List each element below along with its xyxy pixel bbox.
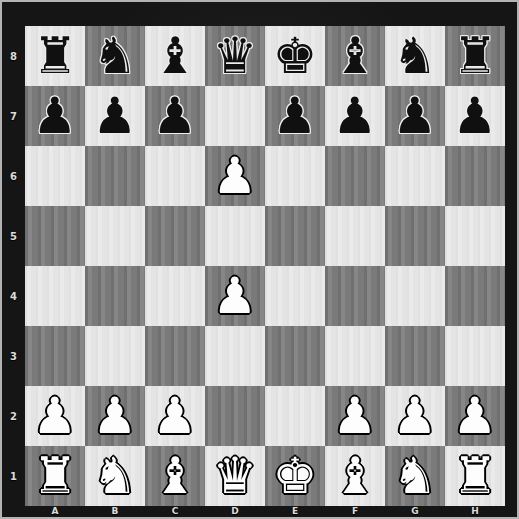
rank-label-1: 1 (2, 446, 25, 506)
piece-white-pawn[interactable]: ♟ (333, 386, 378, 446)
square-g7[interactable]: ♟ (385, 86, 445, 146)
square-f5[interactable] (325, 206, 385, 266)
square-b3[interactable] (85, 326, 145, 386)
piece-white-queen[interactable]: ♛ (213, 446, 258, 506)
piece-white-pawn[interactable]: ♟ (213, 266, 258, 326)
square-c3[interactable] (145, 326, 205, 386)
piece-white-knight[interactable]: ♞ (393, 446, 438, 506)
square-g5[interactable] (385, 206, 445, 266)
square-e2[interactable] (265, 386, 325, 446)
square-f8[interactable]: ♝ (325, 26, 385, 86)
square-e1[interactable]: ♚ (265, 446, 325, 506)
square-a4[interactable] (25, 266, 85, 326)
chess-board-frame: 87654321 ♜♞♝♛♚♝♞♜♟♟♟♟♟♟♟♟♟♟♟♟♟♟♟♜♞♝♛♚♝♞♜… (0, 0, 519, 519)
square-f1[interactable]: ♝ (325, 446, 385, 506)
square-c1[interactable]: ♝ (145, 446, 205, 506)
piece-black-pawn[interactable]: ♟ (153, 86, 198, 146)
piece-white-pawn[interactable]: ♟ (213, 146, 258, 206)
piece-black-pawn[interactable]: ♟ (333, 86, 378, 146)
square-a8[interactable]: ♜ (25, 26, 85, 86)
square-h5[interactable] (445, 206, 505, 266)
piece-white-pawn[interactable]: ♟ (33, 386, 78, 446)
piece-black-pawn[interactable]: ♟ (93, 86, 138, 146)
square-e7[interactable]: ♟ (265, 86, 325, 146)
square-a7[interactable]: ♟ (25, 86, 85, 146)
square-d3[interactable] (205, 326, 265, 386)
square-b1[interactable]: ♞ (85, 446, 145, 506)
piece-black-knight[interactable]: ♞ (393, 26, 438, 86)
piece-black-rook[interactable]: ♜ (33, 26, 78, 86)
file-label-f: F (325, 505, 385, 517)
square-d1[interactable]: ♛ (205, 446, 265, 506)
square-d2[interactable] (205, 386, 265, 446)
square-g3[interactable] (385, 326, 445, 386)
square-c2[interactable]: ♟ (145, 386, 205, 446)
piece-white-pawn[interactable]: ♟ (153, 386, 198, 446)
rank-label-7: 7 (2, 86, 25, 146)
piece-white-pawn[interactable]: ♟ (453, 386, 498, 446)
square-h2[interactable]: ♟ (445, 386, 505, 446)
square-d7[interactable] (205, 86, 265, 146)
rank-label-5: 5 (2, 206, 25, 266)
square-f3[interactable] (325, 326, 385, 386)
piece-black-king[interactable]: ♚ (273, 26, 318, 86)
square-d4[interactable]: ♟ (205, 266, 265, 326)
square-e4[interactable] (265, 266, 325, 326)
square-b5[interactable] (85, 206, 145, 266)
square-f7[interactable]: ♟ (325, 86, 385, 146)
rank-labels: 87654321 (2, 26, 25, 506)
piece-white-pawn[interactable]: ♟ (393, 386, 438, 446)
rank-label-6: 6 (2, 146, 25, 206)
piece-black-knight[interactable]: ♞ (93, 26, 138, 86)
file-label-d: D (205, 505, 265, 517)
square-a1[interactable]: ♜ (25, 446, 85, 506)
square-d5[interactable] (205, 206, 265, 266)
file-labels: ABCDEFGH (25, 505, 505, 517)
square-h7[interactable]: ♟ (445, 86, 505, 146)
square-a6[interactable] (25, 146, 85, 206)
file-label-g: G (385, 505, 445, 517)
piece-black-bishop[interactable]: ♝ (153, 26, 198, 86)
square-d6[interactable]: ♟ (205, 146, 265, 206)
piece-black-pawn[interactable]: ♟ (453, 86, 498, 146)
piece-black-pawn[interactable]: ♟ (33, 86, 78, 146)
rank-label-2: 2 (2, 386, 25, 446)
file-label-a: A (25, 505, 85, 517)
square-h8[interactable]: ♜ (445, 26, 505, 86)
piece-black-pawn[interactable]: ♟ (273, 86, 318, 146)
square-h6[interactable] (445, 146, 505, 206)
piece-white-bishop[interactable]: ♝ (153, 446, 198, 506)
square-b4[interactable] (85, 266, 145, 326)
square-c4[interactable] (145, 266, 205, 326)
file-label-h: H (445, 505, 505, 517)
square-a2[interactable]: ♟ (25, 386, 85, 446)
square-c6[interactable] (145, 146, 205, 206)
square-a3[interactable] (25, 326, 85, 386)
file-label-c: C (145, 505, 205, 517)
square-f4[interactable] (325, 266, 385, 326)
piece-white-pawn[interactable]: ♟ (93, 386, 138, 446)
square-b6[interactable] (85, 146, 145, 206)
square-g4[interactable] (385, 266, 445, 326)
piece-black-pawn[interactable]: ♟ (393, 86, 438, 146)
square-c5[interactable] (145, 206, 205, 266)
rank-label-4: 4 (2, 266, 25, 326)
file-label-e: E (265, 505, 325, 517)
square-e5[interactable] (265, 206, 325, 266)
rank-label-8: 8 (2, 26, 25, 86)
piece-white-king[interactable]: ♚ (273, 446, 318, 506)
square-g8[interactable]: ♞ (385, 26, 445, 86)
square-g1[interactable]: ♞ (385, 446, 445, 506)
piece-black-rook[interactable]: ♜ (453, 26, 498, 86)
square-a5[interactable] (25, 206, 85, 266)
square-b8[interactable]: ♞ (85, 26, 145, 86)
square-f2[interactable]: ♟ (325, 386, 385, 446)
square-e6[interactable] (265, 146, 325, 206)
square-h4[interactable] (445, 266, 505, 326)
square-e8[interactable]: ♚ (265, 26, 325, 86)
square-b7[interactable]: ♟ (85, 86, 145, 146)
chess-board: ♜♞♝♛♚♝♞♜♟♟♟♟♟♟♟♟♟♟♟♟♟♟♟♜♞♝♛♚♝♞♜ (25, 26, 505, 506)
square-c7[interactable]: ♟ (145, 86, 205, 146)
square-f6[interactable] (325, 146, 385, 206)
square-e3[interactable] (265, 326, 325, 386)
piece-black-queen[interactable]: ♛ (213, 26, 258, 86)
square-d8[interactable]: ♛ (205, 26, 265, 86)
file-label-b: B (85, 505, 145, 517)
rank-label-3: 3 (2, 326, 25, 386)
square-b2[interactable]: ♟ (85, 386, 145, 446)
square-h1[interactable]: ♜ (445, 446, 505, 506)
square-c8[interactable]: ♝ (145, 26, 205, 86)
piece-white-rook[interactable]: ♜ (453, 446, 498, 506)
square-g2[interactable]: ♟ (385, 386, 445, 446)
piece-white-knight[interactable]: ♞ (93, 446, 138, 506)
piece-white-rook[interactable]: ♜ (33, 446, 78, 506)
piece-white-bishop[interactable]: ♝ (333, 446, 378, 506)
square-g6[interactable] (385, 146, 445, 206)
square-h3[interactable] (445, 326, 505, 386)
piece-black-bishop[interactable]: ♝ (333, 26, 378, 86)
